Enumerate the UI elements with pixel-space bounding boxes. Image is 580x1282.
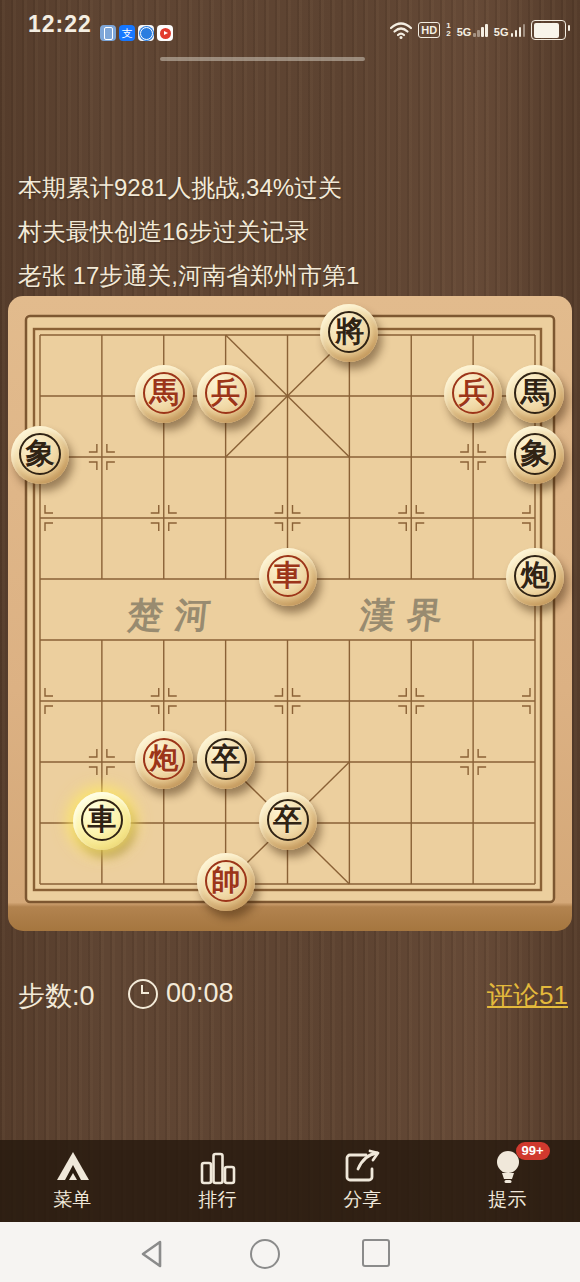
back-triangle-icon[interactable]	[138, 1239, 164, 1269]
piece-black-elephant[interactable]: 象	[506, 426, 564, 484]
bar-chart-icon	[199, 1149, 237, 1185]
bottom-nav-bar: 菜单 排行 分享	[0, 1140, 580, 1222]
nav-item-menu[interactable]: 菜单	[0, 1140, 145, 1222]
xiangqi-board[interactable]: 楚河 漢界 將馬兵兵馬象象車炮炮卒車卒帥	[8, 296, 572, 931]
piece-red-soldier[interactable]: 兵	[444, 365, 502, 423]
phone-app-icon	[100, 25, 116, 41]
signal-sim2-icon: 5G	[494, 24, 525, 37]
piece-black-elephant[interactable]: 象	[11, 426, 69, 484]
nav-item-hint[interactable]: 99+ 提示	[435, 1140, 580, 1222]
signal-sim1-icon: 5G	[457, 24, 488, 37]
dual-sim-icon: 12	[446, 22, 450, 38]
piece-character: 兵	[197, 365, 255, 421]
piece-red-soldier[interactable]: 兵	[197, 365, 255, 423]
stats-line-3: 老张 17步通关,河南省郑州市第1	[18, 254, 359, 298]
piece-black-soldier[interactable]: 卒	[197, 731, 255, 789]
piece-character: 馬	[135, 365, 193, 421]
piece-black-horse[interactable]: 馬	[506, 365, 564, 423]
wifi-icon	[390, 22, 412, 39]
video-app-icon	[157, 25, 173, 41]
piece-red-cannon[interactable]: 炮	[135, 731, 193, 789]
piece-black-chariot[interactable]: 車	[73, 792, 131, 850]
status-right-icons: HD 12 5G 5G	[390, 20, 566, 40]
piece-black-soldier[interactable]: 卒	[259, 792, 317, 850]
hd-voice-icon: HD	[418, 22, 440, 38]
clock-icon	[128, 979, 158, 1009]
menu-mountain-icon	[53, 1149, 93, 1185]
recent-square-icon[interactable]	[362, 1239, 390, 1267]
piece-black-general[interactable]: 將	[320, 304, 378, 362]
comments-link[interactable]: 评论51	[487, 978, 568, 1013]
river-label-chu: 楚河	[126, 592, 225, 639]
piece-red-horse[interactable]: 馬	[135, 365, 193, 423]
piece-character: 車	[73, 792, 131, 848]
notch-handle-line	[160, 57, 365, 61]
android-nav-bar	[0, 1222, 580, 1282]
challenge-stats: 本期累计9281人挑战,34%过关 村夫最快创造16步过关记录 老张 17步通关…	[18, 166, 359, 298]
piece-black-cannon[interactable]: 炮	[506, 548, 564, 606]
piece-red-general[interactable]: 帥	[197, 853, 255, 911]
clock-time: 12:22	[28, 11, 92, 38]
hint-count-badge: 99+	[516, 1142, 550, 1160]
share-arrow-icon	[344, 1149, 382, 1185]
piece-character: 卒	[197, 731, 255, 787]
piece-character: 兵	[444, 365, 502, 421]
piece-character: 將	[320, 304, 378, 360]
home-circle-icon[interactable]	[250, 1239, 280, 1269]
piece-red-chariot[interactable]: 車	[259, 548, 317, 606]
move-counter: 步数:0	[18, 978, 95, 1014]
piece-character: 卒	[259, 792, 317, 848]
battery-icon	[531, 20, 566, 40]
game-stats-row: 步数:0 00:08 评论51	[0, 972, 580, 1016]
timer-value: 00:08	[166, 978, 234, 1009]
piece-character: 炮	[506, 548, 564, 604]
notification-icons: 支	[100, 25, 173, 41]
nav-item-share[interactable]: 分享	[290, 1140, 435, 1222]
browser-app-icon	[138, 25, 154, 41]
status-bar: 12:22 支 HD 12 5G 5G	[0, 0, 580, 46]
stats-line-2: 村夫最快创造16步过关记录	[18, 210, 359, 254]
app-screen: 12:22 支 HD 12 5G 5G	[0, 0, 580, 1282]
piece-character: 帥	[197, 853, 255, 909]
alipay-app-icon: 支	[119, 25, 135, 41]
piece-character: 馬	[506, 365, 564, 421]
piece-character: 象	[506, 426, 564, 482]
river-label-han: 漢界	[358, 592, 457, 639]
nav-item-ranking[interactable]: 排行	[145, 1140, 290, 1222]
piece-character: 炮	[135, 731, 193, 787]
piece-character: 車	[259, 548, 317, 604]
stats-line-1: 本期累计9281人挑战,34%过关	[18, 166, 359, 210]
piece-character: 象	[11, 426, 69, 482]
